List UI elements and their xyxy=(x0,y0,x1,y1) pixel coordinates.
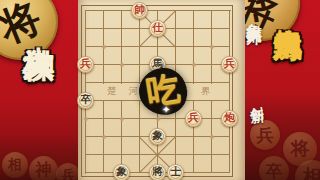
board-cell xyxy=(212,155,230,173)
board-cell xyxy=(194,47,212,65)
board-cell xyxy=(212,137,230,155)
board-cell xyxy=(194,29,212,47)
board-cell xyxy=(86,137,104,155)
red-piece-兵[interactable]: 兵 xyxy=(185,110,202,127)
board-cell xyxy=(194,137,212,155)
board-cell xyxy=(122,29,140,47)
board-cell xyxy=(176,29,194,47)
red-piece-炮[interactable]: 炮 xyxy=(221,110,238,127)
board-cell xyxy=(176,47,194,65)
red-piece-仕[interactable]: 仕 xyxy=(149,20,166,37)
board-cell xyxy=(122,119,140,137)
black-piece-將[interactable]: 將 xyxy=(149,164,166,180)
board-cell xyxy=(212,29,230,47)
board-cell xyxy=(122,65,140,83)
faded-piece-icon: 相 xyxy=(2,152,28,178)
board-cell xyxy=(104,47,122,65)
xiangqi-board[interactable]: 楚 河 漢 界 帥仕兵馬兵卒兵炮象象將士 吃 ✦ xyxy=(78,0,245,180)
board-cell xyxy=(194,65,212,83)
faded-piece-icon: 神 xyxy=(29,156,58,180)
black-piece-象[interactable]: 象 xyxy=(149,128,166,145)
board-cell xyxy=(176,11,194,29)
tagline-label: 创新 xyxy=(247,95,261,99)
board-cell xyxy=(86,155,104,173)
left-title-panel: 将 相神兵 大神象棋 xyxy=(0,0,78,180)
faded-piece-icon: 兵 xyxy=(56,163,78,180)
board-cell xyxy=(86,11,104,29)
sparkle-icon: ✦ xyxy=(162,104,170,115)
faded-piece-icon: 卒 xyxy=(259,156,289,180)
board-cell xyxy=(104,11,122,29)
video-title: 中炮对屏风马 xyxy=(273,6,302,12)
faded-piece-icon: 兵 xyxy=(250,120,280,150)
board-cell xyxy=(194,11,212,29)
board-cell xyxy=(194,155,212,173)
board-cell xyxy=(122,101,140,119)
board-cell xyxy=(86,119,104,137)
black-piece-士[interactable]: 士 xyxy=(167,164,184,180)
board-cell xyxy=(104,29,122,47)
board-cell xyxy=(104,137,122,155)
channel-title: 大神象棋 xyxy=(23,21,55,25)
board-cell xyxy=(104,101,122,119)
red-piece-帥[interactable]: 帥 xyxy=(131,2,148,19)
board-cell xyxy=(122,47,140,65)
board-cell xyxy=(86,29,104,47)
board-cell xyxy=(104,65,122,83)
thumbnail: 楚 河 漢 界 帥仕兵馬兵卒兵炮象象將士 吃 ✦ 将 相神兵 大神象棋 将 兵将… xyxy=(0,0,320,180)
board-cell xyxy=(104,119,122,137)
black-piece-卒[interactable]: 卒 xyxy=(77,92,94,109)
board-cell xyxy=(122,137,140,155)
author-label: 象棋大师 xyxy=(246,10,262,18)
decorative-piece-icon: 将 xyxy=(0,0,58,60)
red-piece-兵[interactable]: 兵 xyxy=(221,56,238,73)
board-cell xyxy=(212,11,230,29)
red-piece-兵[interactable]: 兵 xyxy=(77,56,94,73)
board-cell xyxy=(176,137,194,155)
decorative-piece-glyph: 将 xyxy=(0,0,69,71)
black-piece-象[interactable]: 象 xyxy=(113,164,130,180)
right-title-panel: 将 兵将卒相 中炮对屏风马 象棋大师 创新 xyxy=(245,0,320,180)
